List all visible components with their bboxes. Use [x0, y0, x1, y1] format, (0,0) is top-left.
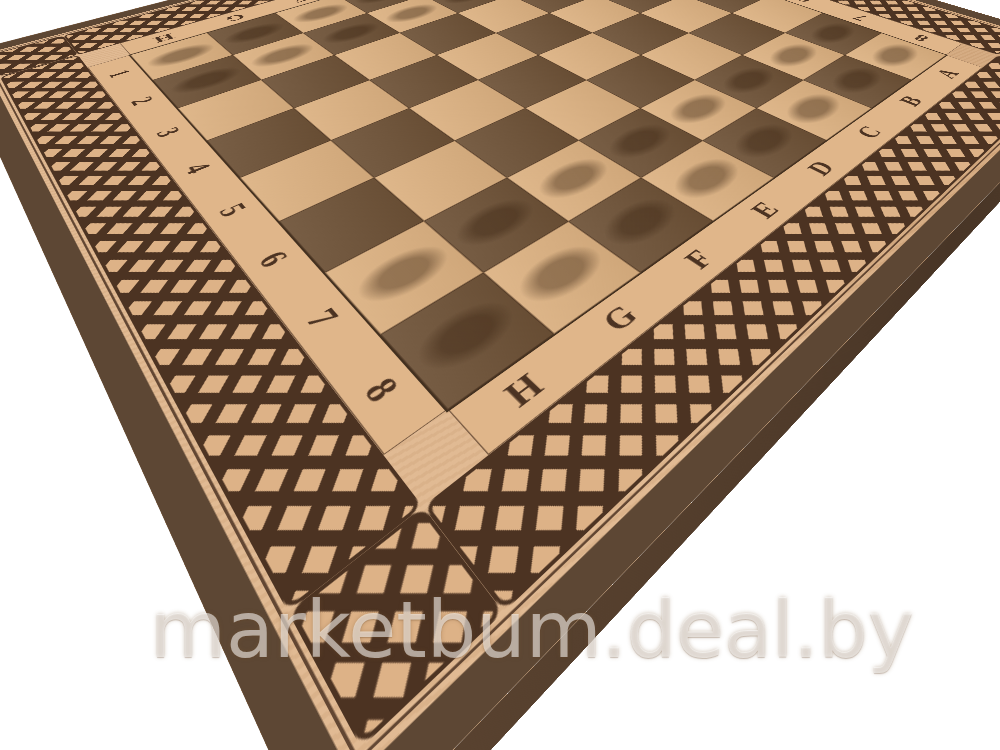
coordinate-label: H: [496, 366, 552, 415]
coordinate-label: D: [800, 157, 841, 180]
chess-board: HGFEDCBA HGFEDCBA 12345678 12345678 ♜♞♝♛…: [0, 0, 1000, 750]
coordinate-label: 5: [210, 198, 255, 222]
coordinate-label: 2: [124, 93, 161, 108]
coordinate-label: 3: [148, 123, 187, 141]
coordinate-label: E: [744, 197, 787, 223]
pawn-glyph: ♟: [242, 0, 325, 58]
coordinate-label: F: [677, 244, 721, 274]
coordinate-label: B: [893, 93, 929, 110]
coordinate-label: A: [930, 66, 965, 81]
coordinate-label: 1: [102, 67, 137, 81]
coordinate-label: 4: [177, 158, 219, 178]
product-photo: HGFEDCBA HGFEDCBA 12345678 12345678 ♜♞♝♛…: [0, 0, 1000, 750]
scene: HGFEDCBA HGFEDCBA 12345678 12345678 ♜♞♝♛…: [0, 0, 1000, 750]
coordinate-label: G: [594, 299, 646, 339]
rook-glyph: ♜: [377, 139, 557, 339]
coordinate-label: 6: [249, 245, 297, 273]
coordinate-label: 7: [296, 301, 347, 335]
coordinate-label: 8: [354, 369, 410, 411]
coordinate-label: C: [850, 122, 889, 142]
